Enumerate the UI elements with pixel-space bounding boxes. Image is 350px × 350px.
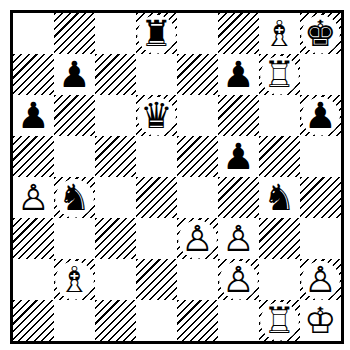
square-g1[interactable]: ♖ bbox=[259, 300, 300, 341]
square-c6[interactable] bbox=[95, 95, 136, 136]
square-a1[interactable] bbox=[13, 300, 54, 341]
black-queen-d6[interactable]: ♛ bbox=[136, 95, 177, 136]
square-a3[interactable] bbox=[13, 218, 54, 259]
square-g2[interactable] bbox=[259, 259, 300, 300]
square-e4[interactable] bbox=[177, 177, 218, 218]
square-f2[interactable]: ♙ bbox=[218, 259, 259, 300]
square-h2[interactable]: ♙ bbox=[300, 259, 341, 300]
white-pawn-f3[interactable]: ♙ bbox=[218, 218, 259, 259]
square-f3[interactable]: ♙ bbox=[218, 218, 259, 259]
square-c7[interactable] bbox=[95, 54, 136, 95]
square-e3[interactable]: ♙ bbox=[177, 218, 218, 259]
square-d8[interactable]: ♜ bbox=[136, 13, 177, 54]
white-pawn-e3[interactable]: ♙ bbox=[177, 218, 218, 259]
square-e8[interactable] bbox=[177, 13, 218, 54]
square-c3[interactable] bbox=[95, 218, 136, 259]
white-king-h1[interactable]: ♔ bbox=[300, 300, 341, 341]
square-b3[interactable] bbox=[54, 218, 95, 259]
black-pawn-h6[interactable]: ♟ bbox=[300, 95, 341, 136]
square-e1[interactable] bbox=[177, 300, 218, 341]
square-h8[interactable]: ♚ bbox=[300, 13, 341, 54]
chess-board: ♜♗♚♟♟♖♟♛♟♟♙♞♞♙♙♗♙♙♖♔ bbox=[13, 13, 341, 341]
white-bishop-b2[interactable]: ♗ bbox=[54, 259, 95, 300]
square-e7[interactable] bbox=[177, 54, 218, 95]
black-knight-b4[interactable]: ♞ bbox=[54, 177, 95, 218]
square-d4[interactable] bbox=[136, 177, 177, 218]
square-e5[interactable] bbox=[177, 136, 218, 177]
square-h3[interactable] bbox=[300, 218, 341, 259]
white-rook-g1[interactable]: ♖ bbox=[259, 300, 300, 341]
square-f6[interactable] bbox=[218, 95, 259, 136]
square-b7[interactable]: ♟ bbox=[54, 54, 95, 95]
chess-diagram-page: ♜♗♚♟♟♖♟♛♟♟♙♞♞♙♙♗♙♙♖♔ bbox=[0, 0, 350, 350]
square-a8[interactable] bbox=[13, 13, 54, 54]
white-pawn-a4[interactable]: ♙ bbox=[13, 177, 54, 218]
black-rook-d8[interactable]: ♜ bbox=[136, 13, 177, 54]
square-b2[interactable]: ♗ bbox=[54, 259, 95, 300]
square-g3[interactable] bbox=[259, 218, 300, 259]
square-a2[interactable] bbox=[13, 259, 54, 300]
square-h1[interactable]: ♔ bbox=[300, 300, 341, 341]
square-f8[interactable] bbox=[218, 13, 259, 54]
square-c2[interactable] bbox=[95, 259, 136, 300]
square-f7[interactable]: ♟ bbox=[218, 54, 259, 95]
black-king-h8[interactable]: ♚ bbox=[300, 13, 341, 54]
square-g4[interactable]: ♞ bbox=[259, 177, 300, 218]
square-h5[interactable] bbox=[300, 136, 341, 177]
square-b1[interactable] bbox=[54, 300, 95, 341]
square-b8[interactable] bbox=[54, 13, 95, 54]
white-bishop-g8[interactable]: ♗ bbox=[259, 13, 300, 54]
square-f4[interactable] bbox=[218, 177, 259, 218]
square-f5[interactable]: ♟ bbox=[218, 136, 259, 177]
square-c8[interactable] bbox=[95, 13, 136, 54]
black-pawn-b7[interactable]: ♟ bbox=[54, 54, 95, 95]
white-rook-g7[interactable]: ♖ bbox=[259, 54, 300, 95]
black-pawn-f7[interactable]: ♟ bbox=[218, 54, 259, 95]
square-d7[interactable] bbox=[136, 54, 177, 95]
white-pawn-h2[interactable]: ♙ bbox=[300, 259, 341, 300]
square-d1[interactable] bbox=[136, 300, 177, 341]
square-b5[interactable] bbox=[54, 136, 95, 177]
square-g7[interactable]: ♖ bbox=[259, 54, 300, 95]
white-pawn-f2[interactable]: ♙ bbox=[218, 259, 259, 300]
square-b6[interactable] bbox=[54, 95, 95, 136]
square-e6[interactable] bbox=[177, 95, 218, 136]
square-g6[interactable] bbox=[259, 95, 300, 136]
square-f1[interactable] bbox=[218, 300, 259, 341]
square-e2[interactable] bbox=[177, 259, 218, 300]
square-a4[interactable]: ♙ bbox=[13, 177, 54, 218]
square-h6[interactable]: ♟ bbox=[300, 95, 341, 136]
black-pawn-a6[interactable]: ♟ bbox=[13, 95, 54, 136]
square-h4[interactable] bbox=[300, 177, 341, 218]
square-a6[interactable]: ♟ bbox=[13, 95, 54, 136]
square-d2[interactable] bbox=[136, 259, 177, 300]
square-b4[interactable]: ♞ bbox=[54, 177, 95, 218]
square-a7[interactable] bbox=[13, 54, 54, 95]
black-pawn-f5[interactable]: ♟ bbox=[218, 136, 259, 177]
square-d6[interactable]: ♛ bbox=[136, 95, 177, 136]
square-c1[interactable] bbox=[95, 300, 136, 341]
square-h7[interactable] bbox=[300, 54, 341, 95]
square-d5[interactable] bbox=[136, 136, 177, 177]
black-knight-g4[interactable]: ♞ bbox=[259, 177, 300, 218]
square-g8[interactable]: ♗ bbox=[259, 13, 300, 54]
square-d3[interactable] bbox=[136, 218, 177, 259]
chess-board-frame: ♜♗♚♟♟♖♟♛♟♟♙♞♞♙♙♗♙♙♖♔ bbox=[10, 10, 344, 344]
square-a5[interactable] bbox=[13, 136, 54, 177]
square-c5[interactable] bbox=[95, 136, 136, 177]
square-c4[interactable] bbox=[95, 177, 136, 218]
square-g5[interactable] bbox=[259, 136, 300, 177]
